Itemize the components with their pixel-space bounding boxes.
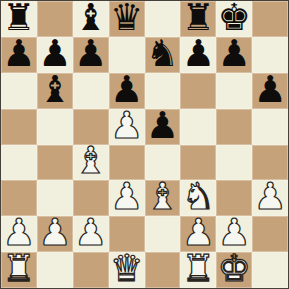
white-pawn[interactable]: ♟ <box>38 216 71 251</box>
square-e3[interactable]: ♝ <box>145 180 181 216</box>
black-pawn[interactable]: ♟ <box>146 109 179 144</box>
square-d1[interactable]: ♛ <box>109 252 145 288</box>
square-c3[interactable] <box>73 180 109 216</box>
square-e4[interactable] <box>145 145 181 181</box>
square-b3[interactable] <box>37 180 73 216</box>
square-d2[interactable] <box>109 216 145 252</box>
square-b5[interactable] <box>37 109 73 145</box>
square-a4[interactable] <box>1 145 37 181</box>
square-e8[interactable] <box>145 1 181 37</box>
square-h6[interactable]: ♟ <box>252 73 288 109</box>
black-pawn[interactable]: ♟ <box>2 37 35 72</box>
square-d8[interactable]: ♛ <box>109 1 145 37</box>
square-f4[interactable] <box>180 145 216 181</box>
white-pawn[interactable]: ♟ <box>253 180 286 215</box>
square-c5[interactable] <box>73 109 109 145</box>
square-c1[interactable] <box>73 252 109 288</box>
square-c2[interactable]: ♟ <box>73 216 109 252</box>
square-f2[interactable]: ♟ <box>180 216 216 252</box>
square-a2[interactable]: ♟ <box>1 216 37 252</box>
square-a8[interactable]: ♜ <box>1 1 37 37</box>
square-a1[interactable]: ♜ <box>1 252 37 288</box>
white-pawn[interactable]: ♟ <box>2 216 35 251</box>
square-c8[interactable]: ♝ <box>73 1 109 37</box>
square-f5[interactable] <box>180 109 216 145</box>
square-e1[interactable] <box>145 252 181 288</box>
chess-board: ♜♝♛♜♚♟♟♟♞♟♟♝♟♟♟♟♝♟♝♞♟♟♟♟♟♟♜♛♜♚ <box>0 0 289 289</box>
white-pawn[interactable]: ♟ <box>218 216 251 251</box>
white-bishop[interactable]: ♝ <box>146 180 179 215</box>
square-f1[interactable]: ♜ <box>180 252 216 288</box>
square-b6[interactable]: ♝ <box>37 73 73 109</box>
square-b8[interactable] <box>37 1 73 37</box>
square-f8[interactable]: ♜ <box>180 1 216 37</box>
square-f6[interactable] <box>180 73 216 109</box>
square-h1[interactable] <box>252 252 288 288</box>
square-b1[interactable] <box>37 252 73 288</box>
black-pawn[interactable]: ♟ <box>74 37 107 72</box>
square-d4[interactable] <box>109 145 145 181</box>
square-d6[interactable]: ♟ <box>109 73 145 109</box>
square-a3[interactable] <box>1 180 37 216</box>
white-rook[interactable]: ♜ <box>2 252 35 287</box>
square-g7[interactable]: ♟ <box>216 37 252 73</box>
square-f3[interactable]: ♞ <box>180 180 216 216</box>
square-b2[interactable]: ♟ <box>37 216 73 252</box>
square-g8[interactable]: ♚ <box>216 1 252 37</box>
black-queen[interactable]: ♛ <box>110 1 143 36</box>
white-knight[interactable]: ♞ <box>182 180 215 215</box>
square-h5[interactable] <box>252 109 288 145</box>
square-g4[interactable] <box>216 145 252 181</box>
square-h7[interactable] <box>252 37 288 73</box>
square-h8[interactable] <box>252 1 288 37</box>
black-king[interactable]: ♚ <box>218 1 251 36</box>
white-pawn[interactable]: ♟ <box>110 109 143 144</box>
square-g5[interactable] <box>216 109 252 145</box>
square-e5[interactable]: ♟ <box>145 109 181 145</box>
black-knight[interactable]: ♞ <box>146 37 179 72</box>
square-e2[interactable] <box>145 216 181 252</box>
square-h3[interactable]: ♟ <box>252 180 288 216</box>
square-g2[interactable]: ♟ <box>216 216 252 252</box>
black-pawn[interactable]: ♟ <box>38 37 71 72</box>
square-e7[interactable]: ♞ <box>145 37 181 73</box>
square-f7[interactable]: ♟ <box>180 37 216 73</box>
white-rook[interactable]: ♜ <box>182 252 215 287</box>
square-h4[interactable] <box>252 145 288 181</box>
white-pawn[interactable]: ♟ <box>110 180 143 215</box>
white-queen[interactable]: ♛ <box>110 252 143 287</box>
square-d5[interactable]: ♟ <box>109 109 145 145</box>
square-b4[interactable] <box>37 145 73 181</box>
square-g3[interactable] <box>216 180 252 216</box>
square-a6[interactable] <box>1 73 37 109</box>
square-a5[interactable] <box>1 109 37 145</box>
black-pawn[interactable]: ♟ <box>182 37 215 72</box>
black-rook[interactable]: ♜ <box>2 1 35 36</box>
white-bishop[interactable]: ♝ <box>74 145 107 180</box>
square-g6[interactable] <box>216 73 252 109</box>
white-pawn[interactable]: ♟ <box>74 216 107 251</box>
white-pawn[interactable]: ♟ <box>182 216 215 251</box>
square-d3[interactable]: ♟ <box>109 180 145 216</box>
black-bishop[interactable]: ♝ <box>38 73 71 108</box>
square-h2[interactable] <box>252 216 288 252</box>
square-c7[interactable]: ♟ <box>73 37 109 73</box>
black-pawn[interactable]: ♟ <box>253 73 286 108</box>
black-pawn[interactable]: ♟ <box>110 73 143 108</box>
square-a7[interactable]: ♟ <box>1 37 37 73</box>
black-rook[interactable]: ♜ <box>182 1 215 36</box>
square-c6[interactable] <box>73 73 109 109</box>
square-e6[interactable] <box>145 73 181 109</box>
white-king[interactable]: ♚ <box>218 252 251 287</box>
square-c4[interactable]: ♝ <box>73 145 109 181</box>
square-d7[interactable] <box>109 37 145 73</box>
square-g1[interactable]: ♚ <box>216 252 252 288</box>
chess-board-container: ♜♝♛♜♚♟♟♟♞♟♟♝♟♟♟♟♝♟♝♞♟♟♟♟♟♟♜♛♜♚ <box>0 0 289 289</box>
black-bishop[interactable]: ♝ <box>74 1 107 36</box>
square-b7[interactable]: ♟ <box>37 37 73 73</box>
black-pawn[interactable]: ♟ <box>218 37 251 72</box>
